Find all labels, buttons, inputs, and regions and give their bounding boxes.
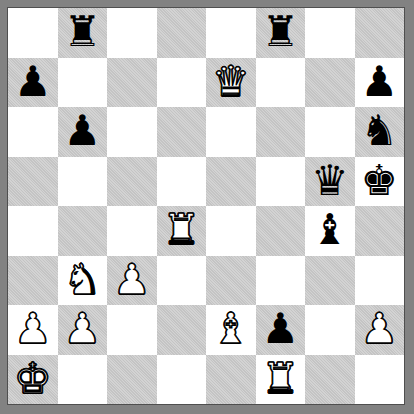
square-c3[interactable]: ♟: [107, 256, 157, 306]
piece-white-pawn: ♟: [14, 305, 52, 353]
square-h7[interactable]: ♟: [355, 58, 405, 108]
square-e1[interactable]: [206, 355, 256, 405]
square-d1[interactable]: [157, 355, 207, 405]
square-a5[interactable]: [8, 157, 58, 207]
square-c6[interactable]: [107, 107, 157, 157]
square-h3[interactable]: [355, 256, 405, 306]
piece-black-queen: ♛: [311, 157, 349, 205]
square-f8[interactable]: ♜: [256, 8, 306, 58]
square-c4[interactable]: [107, 206, 157, 256]
square-h6[interactable]: ♞: [355, 107, 405, 157]
square-g3[interactable]: [305, 256, 355, 306]
square-f4[interactable]: [256, 206, 306, 256]
square-e5[interactable]: [206, 157, 256, 207]
piece-black-rook: ♜: [261, 8, 299, 56]
square-h4[interactable]: [355, 206, 405, 256]
piece-black-pawn: ♟: [261, 305, 299, 353]
square-h2[interactable]: ♟: [355, 305, 405, 355]
square-c1[interactable]: [107, 355, 157, 405]
piece-white-pawn: ♟: [360, 305, 398, 353]
square-b4[interactable]: [58, 206, 108, 256]
piece-black-king: ♚: [360, 157, 398, 205]
square-f1[interactable]: ♜: [256, 355, 306, 405]
piece-white-bishop: ♝: [212, 305, 250, 353]
square-e2[interactable]: ♝: [206, 305, 256, 355]
piece-white-pawn: ♟: [63, 305, 101, 353]
square-b7[interactable]: [58, 58, 108, 108]
square-d7[interactable]: [157, 58, 207, 108]
square-h5[interactable]: ♚: [355, 157, 405, 207]
square-b8[interactable]: ♜: [58, 8, 108, 58]
square-g1[interactable]: [305, 355, 355, 405]
chess-board: ♜♜♟♛♟♟♞♛♚♜♝♞♟♟♟♝♟♟♚♜: [7, 7, 405, 405]
square-b1[interactable]: [58, 355, 108, 405]
square-c2[interactable]: [107, 305, 157, 355]
piece-black-pawn: ♟: [360, 58, 398, 106]
square-h8[interactable]: [355, 8, 405, 58]
square-b5[interactable]: [58, 157, 108, 207]
square-a7[interactable]: ♟: [8, 58, 58, 108]
square-b2[interactable]: ♟: [58, 305, 108, 355]
square-e7[interactable]: ♛: [206, 58, 256, 108]
square-c7[interactable]: [107, 58, 157, 108]
piece-white-pawn: ♟: [113, 256, 151, 304]
square-e4[interactable]: [206, 206, 256, 256]
square-d8[interactable]: [157, 8, 207, 58]
square-a4[interactable]: [8, 206, 58, 256]
piece-black-knight: ♞: [360, 107, 398, 155]
piece-black-pawn: ♟: [14, 58, 52, 106]
square-f2[interactable]: ♟: [256, 305, 306, 355]
piece-black-rook: ♜: [63, 8, 101, 56]
square-d3[interactable]: [157, 256, 207, 306]
square-f6[interactable]: [256, 107, 306, 157]
square-c5[interactable]: [107, 157, 157, 207]
piece-white-knight: ♞: [63, 256, 101, 304]
square-f3[interactable]: [256, 256, 306, 306]
square-g7[interactable]: [305, 58, 355, 108]
square-d5[interactable]: [157, 157, 207, 207]
square-a1[interactable]: ♚: [8, 355, 58, 405]
square-b3[interactable]: ♞: [58, 256, 108, 306]
square-g8[interactable]: [305, 8, 355, 58]
piece-white-rook: ♜: [162, 206, 200, 254]
piece-white-rook: ♜: [261, 355, 299, 403]
square-d4[interactable]: ♜: [157, 206, 207, 256]
square-g5[interactable]: ♛: [305, 157, 355, 207]
square-g6[interactable]: [305, 107, 355, 157]
square-d6[interactable]: [157, 107, 207, 157]
square-a2[interactable]: ♟: [8, 305, 58, 355]
square-a8[interactable]: [8, 8, 58, 58]
square-e8[interactable]: [206, 8, 256, 58]
chess-board-frame: ♜♜♟♛♟♟♞♛♚♜♝♞♟♟♟♝♟♟♚♜: [0, 0, 414, 414]
square-e6[interactable]: [206, 107, 256, 157]
piece-white-queen: ♛: [212, 58, 250, 106]
piece-white-king: ♚: [14, 355, 52, 403]
square-c8[interactable]: [107, 8, 157, 58]
square-h1[interactable]: [355, 355, 405, 405]
square-a3[interactable]: [8, 256, 58, 306]
square-d2[interactable]: [157, 305, 207, 355]
piece-black-bishop: ♝: [311, 206, 349, 254]
square-f5[interactable]: [256, 157, 306, 207]
square-g4[interactable]: ♝: [305, 206, 355, 256]
square-a6[interactable]: [8, 107, 58, 157]
square-b6[interactable]: ♟: [58, 107, 108, 157]
square-f7[interactable]: [256, 58, 306, 108]
square-e3[interactable]: [206, 256, 256, 306]
piece-black-pawn: ♟: [63, 107, 101, 155]
square-g2[interactable]: [305, 305, 355, 355]
